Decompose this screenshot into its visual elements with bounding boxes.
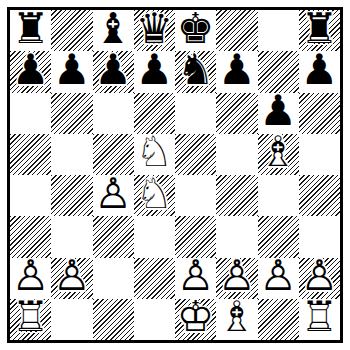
square-c7[interactable]: ♟♟ [93, 51, 134, 92]
square-c6[interactable] [93, 93, 134, 134]
square-h7[interactable]: ♟♟ [299, 51, 340, 92]
black-knight-glyph: ♞ [177, 49, 215, 91]
square-g1[interactable] [258, 299, 299, 340]
white-knight-glyph: ♘ [136, 132, 174, 174]
white-pawn-glyph: ♙ [12, 255, 50, 297]
black-pawn-glyph: ♟ [259, 90, 297, 132]
chess-board: ♜♜♝♝♛♛♚♚♜♜♟♟♟♟♟♟♟♟♞♞♟♟♟♟♟♟♞♘♝♗♟♙♞♘♟♙♟♙♟♙… [10, 10, 340, 340]
square-f5[interactable] [216, 134, 257, 175]
black-pawn-glyph: ♟ [136, 49, 174, 91]
black-pawn-glyph: ♟ [94, 49, 132, 91]
black-pawn-glyph: ♟ [301, 49, 339, 91]
black-bishop-glyph: ♝ [94, 8, 132, 50]
piece-black-pawn: ♟♟ [51, 51, 92, 92]
piece-white-pawn: ♟♙ [258, 258, 299, 299]
square-c2[interactable] [93, 258, 134, 299]
white-rook-glyph: ♖ [12, 297, 50, 339]
square-f6[interactable] [216, 93, 257, 134]
square-b1[interactable] [51, 299, 92, 340]
square-a5[interactable] [10, 134, 51, 175]
square-b5[interactable] [51, 134, 92, 175]
square-c4[interactable]: ♟♙ [93, 175, 134, 216]
piece-white-rook: ♜♖ [299, 299, 340, 340]
square-d7[interactable]: ♟♟ [134, 51, 175, 92]
piece-white-king: ♚♔ [175, 299, 216, 340]
black-king-glyph: ♚ [177, 8, 215, 50]
square-g5[interactable]: ♝♗ [258, 134, 299, 175]
square-b2[interactable]: ♟♙ [51, 258, 92, 299]
chess-diagram: ♜♜♝♝♛♛♚♚♜♜♟♟♟♟♟♟♟♟♞♞♟♟♟♟♟♟♞♘♝♗♟♙♞♘♟♙♟♙♟♙… [0, 0, 350, 350]
white-pawn-glyph: ♙ [218, 255, 256, 297]
square-b6[interactable] [51, 93, 92, 134]
white-pawn-glyph: ♙ [53, 255, 91, 297]
piece-black-pawn: ♟♟ [10, 51, 51, 92]
piece-white-rook: ♜♖ [10, 299, 51, 340]
white-knight-glyph: ♘ [136, 173, 174, 215]
white-bishop-glyph: ♗ [218, 297, 256, 339]
square-h6[interactable] [299, 93, 340, 134]
white-pawn-glyph: ♙ [301, 255, 339, 297]
white-king-glyph: ♔ [177, 297, 215, 339]
square-a7[interactable]: ♟♟ [10, 51, 51, 92]
white-bishop-glyph: ♗ [259, 132, 297, 174]
square-g8[interactable] [258, 10, 299, 51]
square-f4[interactable] [216, 175, 257, 216]
black-pawn-glyph: ♟ [53, 49, 91, 91]
square-h1[interactable]: ♜♖ [299, 299, 340, 340]
square-d1[interactable] [134, 299, 175, 340]
square-c3[interactable] [93, 216, 134, 257]
square-d2[interactable] [134, 258, 175, 299]
square-b4[interactable] [51, 175, 92, 216]
square-c1[interactable] [93, 299, 134, 340]
board-frame: ♜♜♝♝♛♛♚♚♜♜♟♟♟♟♟♟♟♟♞♞♟♟♟♟♟♟♞♘♝♗♟♙♞♘♟♙♟♙♟♙… [7, 7, 343, 343]
piece-black-pawn: ♟♟ [216, 51, 257, 92]
piece-black-pawn: ♟♟ [134, 51, 175, 92]
piece-black-knight: ♞♞ [175, 51, 216, 92]
square-b7[interactable]: ♟♟ [51, 51, 92, 92]
square-e7[interactable]: ♞♞ [175, 51, 216, 92]
white-rook-glyph: ♖ [301, 297, 339, 339]
square-e6[interactable] [175, 93, 216, 134]
square-h5[interactable] [299, 134, 340, 175]
square-e4[interactable] [175, 175, 216, 216]
piece-white-bishop: ♝♗ [216, 299, 257, 340]
white-pawn-glyph: ♙ [259, 255, 297, 297]
square-f7[interactable]: ♟♟ [216, 51, 257, 92]
black-rook-glyph: ♜ [12, 8, 50, 50]
black-queen-glyph: ♛ [136, 8, 174, 50]
piece-black-pawn: ♟♟ [93, 51, 134, 92]
square-a6[interactable] [10, 93, 51, 134]
square-a4[interactable] [10, 175, 51, 216]
white-pawn-glyph: ♙ [94, 173, 132, 215]
piece-white-bishop: ♝♗ [258, 134, 299, 175]
black-pawn-glyph: ♟ [12, 49, 50, 91]
square-d4[interactable]: ♞♘ [134, 175, 175, 216]
piece-white-knight: ♞♘ [134, 175, 175, 216]
square-g2[interactable]: ♟♙ [258, 258, 299, 299]
square-f1[interactable]: ♝♗ [216, 299, 257, 340]
piece-white-pawn: ♟♙ [51, 258, 92, 299]
square-e5[interactable] [175, 134, 216, 175]
square-g4[interactable] [258, 175, 299, 216]
square-a1[interactable]: ♜♖ [10, 299, 51, 340]
white-pawn-glyph: ♙ [177, 255, 215, 297]
piece-white-pawn: ♟♙ [93, 175, 134, 216]
square-h4[interactable] [299, 175, 340, 216]
square-d3[interactable] [134, 216, 175, 257]
black-pawn-glyph: ♟ [218, 49, 256, 91]
square-e1[interactable]: ♚♔ [175, 299, 216, 340]
black-rook-glyph: ♜ [301, 8, 339, 50]
piece-black-pawn: ♟♟ [299, 51, 340, 92]
